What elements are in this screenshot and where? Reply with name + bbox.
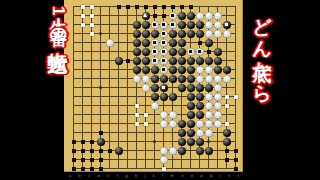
- board-cell[interactable]: [195, 119, 204, 128]
- board-cell[interactable]: [213, 74, 222, 83]
- board-cell[interactable]: [114, 101, 123, 110]
- board-cell[interactable]: [150, 47, 159, 56]
- board-cell[interactable]: [177, 119, 186, 128]
- board-cell[interactable]: [222, 119, 231, 128]
- board-cell[interactable]: [123, 65, 132, 74]
- board-cell[interactable]: [96, 56, 105, 65]
- board-cell[interactable]: [195, 47, 204, 56]
- board-cell[interactable]: [114, 38, 123, 47]
- board-cell[interactable]: [87, 137, 96, 146]
- board-cell[interactable]: [150, 101, 159, 110]
- board-cell[interactable]: [87, 38, 96, 47]
- board-cell[interactable]: [87, 119, 96, 128]
- board-cell[interactable]: [114, 11, 123, 20]
- board-cell[interactable]: [222, 155, 231, 164]
- board-cell[interactable]: [87, 92, 96, 101]
- board-cell[interactable]: [231, 20, 240, 29]
- board-cell[interactable]: [87, 128, 96, 137]
- board-cell[interactable]: [168, 83, 177, 92]
- board-cell[interactable]: [231, 56, 240, 65]
- board-cell[interactable]: [105, 11, 114, 20]
- board-cell[interactable]: [123, 128, 132, 137]
- board-cell[interactable]: [231, 74, 240, 83]
- board-cell[interactable]: [186, 56, 195, 65]
- board-cell[interactable]: [204, 92, 213, 101]
- board-cell[interactable]: [150, 29, 159, 38]
- board-cell[interactable]: [213, 110, 222, 119]
- board-cell[interactable]: [231, 146, 240, 155]
- board-cell[interactable]: [96, 74, 105, 83]
- board-cell[interactable]: [87, 101, 96, 110]
- board-cell[interactable]: [168, 47, 177, 56]
- board-cell[interactable]: [141, 74, 150, 83]
- board-cell[interactable]: [177, 101, 186, 110]
- board-cell[interactable]: [168, 38, 177, 47]
- board-cell[interactable]: [222, 146, 231, 155]
- board-cell[interactable]: [96, 110, 105, 119]
- board-cell[interactable]: [159, 74, 168, 83]
- board-cell[interactable]: [141, 119, 150, 128]
- board-cell[interactable]: [78, 56, 87, 65]
- board-cell[interactable]: [213, 29, 222, 38]
- board-cell[interactable]: [204, 137, 213, 146]
- board-cell[interactable]: [222, 47, 231, 56]
- board-cell[interactable]: [150, 146, 159, 155]
- board-cell[interactable]: [213, 128, 222, 137]
- board-cell[interactable]: [150, 20, 159, 29]
- board-cell[interactable]: [168, 128, 177, 137]
- board-cell[interactable]: [195, 65, 204, 74]
- board-cell[interactable]: [213, 155, 222, 164]
- board-cell[interactable]: [186, 119, 195, 128]
- board-cell[interactable]: [159, 47, 168, 56]
- board-cell[interactable]: [132, 2, 141, 11]
- board-cell[interactable]: [132, 74, 141, 83]
- board-cell[interactable]: [204, 47, 213, 56]
- board-cell[interactable]: [105, 92, 114, 101]
- board-cell[interactable]: [96, 65, 105, 74]
- board-cell[interactable]: [96, 137, 105, 146]
- board-cell[interactable]: [159, 56, 168, 65]
- board-cell[interactable]: [114, 83, 123, 92]
- board-cell[interactable]: [114, 29, 123, 38]
- board-cell[interactable]: [105, 110, 114, 119]
- board-cell[interactable]: [78, 155, 87, 164]
- board-cell[interactable]: [222, 20, 231, 29]
- board-cell[interactable]: [177, 65, 186, 74]
- board-cell[interactable]: [195, 155, 204, 164]
- board-cell[interactable]: [96, 47, 105, 56]
- board-cell[interactable]: [186, 146, 195, 155]
- board-cell[interactable]: [168, 11, 177, 20]
- board-cell[interactable]: [177, 74, 186, 83]
- board-cell[interactable]: [114, 47, 123, 56]
- board-cell[interactable]: [177, 38, 186, 47]
- board-cell[interactable]: [168, 101, 177, 110]
- board-cell[interactable]: [231, 155, 240, 164]
- board-cell[interactable]: [204, 110, 213, 119]
- board-cell[interactable]: [159, 137, 168, 146]
- board-cell[interactable]: [123, 29, 132, 38]
- board-cell[interactable]: [123, 2, 132, 11]
- board-cell[interactable]: [96, 38, 105, 47]
- board-cell[interactable]: [177, 29, 186, 38]
- board-cell[interactable]: [78, 110, 87, 119]
- board-cell[interactable]: [204, 74, 213, 83]
- board-cell[interactable]: [204, 65, 213, 74]
- board-cell[interactable]: [87, 83, 96, 92]
- board-cell[interactable]: [114, 146, 123, 155]
- board-cell[interactable]: [141, 101, 150, 110]
- board-cell[interactable]: [168, 146, 177, 155]
- board-cell[interactable]: [222, 137, 231, 146]
- board-cell[interactable]: [150, 128, 159, 137]
- board-cell[interactable]: [132, 83, 141, 92]
- board-cell[interactable]: [186, 155, 195, 164]
- board-cell[interactable]: [195, 38, 204, 47]
- board-cell[interactable]: [177, 20, 186, 29]
- board-cell[interactable]: [159, 2, 168, 11]
- board-cell[interactable]: [168, 119, 177, 128]
- board-cell[interactable]: [141, 2, 150, 11]
- board-cell[interactable]: [132, 155, 141, 164]
- board-cell[interactable]: [105, 137, 114, 146]
- board-cell[interactable]: [186, 38, 195, 47]
- board-cell[interactable]: [132, 137, 141, 146]
- board-cell[interactable]: [168, 92, 177, 101]
- board-cell[interactable]: [186, 92, 195, 101]
- board-cell[interactable]: [78, 20, 87, 29]
- board-cell[interactable]: [78, 38, 87, 47]
- board-cell[interactable]: [87, 155, 96, 164]
- board-cell[interactable]: [96, 128, 105, 137]
- board-cell[interactable]: [204, 146, 213, 155]
- board-cell[interactable]: [159, 20, 168, 29]
- board-cell[interactable]: [105, 155, 114, 164]
- board-cell[interactable]: [186, 11, 195, 20]
- board-cell[interactable]: [132, 47, 141, 56]
- board-cell[interactable]: [213, 20, 222, 29]
- board-cell[interactable]: [195, 146, 204, 155]
- board-cell[interactable]: [204, 20, 213, 29]
- board-cell[interactable]: [78, 47, 87, 56]
- board-cell[interactable]: [222, 128, 231, 137]
- board-cell[interactable]: [96, 146, 105, 155]
- board-cell[interactable]: [78, 119, 87, 128]
- board-cell[interactable]: [96, 92, 105, 101]
- board-cell[interactable]: [150, 137, 159, 146]
- board-cell[interactable]: [96, 155, 105, 164]
- board-cell[interactable]: [123, 155, 132, 164]
- board-cell[interactable]: [177, 83, 186, 92]
- board-cell[interactable]: [222, 29, 231, 38]
- board-cell[interactable]: [141, 137, 150, 146]
- board-cell[interactable]: [114, 2, 123, 11]
- board-cell[interactable]: [195, 20, 204, 29]
- board-cell[interactable]: [159, 119, 168, 128]
- board-cell[interactable]: [78, 2, 87, 11]
- board-cell[interactable]: [195, 110, 204, 119]
- board-cell[interactable]: [141, 83, 150, 92]
- board-cell[interactable]: [105, 29, 114, 38]
- board-cell[interactable]: [132, 146, 141, 155]
- board-cell[interactable]: [114, 92, 123, 101]
- board-cell[interactable]: [177, 155, 186, 164]
- board-cell[interactable]: [150, 2, 159, 11]
- board-cell[interactable]: [195, 101, 204, 110]
- board-cell[interactable]: [150, 65, 159, 74]
- board-cell[interactable]: [150, 83, 159, 92]
- board-cell[interactable]: [204, 83, 213, 92]
- board-cell[interactable]: [204, 128, 213, 137]
- board-cell[interactable]: [87, 20, 96, 29]
- board-cell[interactable]: [141, 29, 150, 38]
- board-cell[interactable]: [213, 38, 222, 47]
- board-cell[interactable]: [78, 74, 87, 83]
- board-cell[interactable]: [204, 119, 213, 128]
- board-cell[interactable]: [141, 38, 150, 47]
- board-cell[interactable]: [150, 92, 159, 101]
- board-cell[interactable]: [87, 29, 96, 38]
- board-cell[interactable]: [159, 128, 168, 137]
- board-cell[interactable]: [195, 92, 204, 101]
- board-cell[interactable]: [231, 128, 240, 137]
- board-cell[interactable]: [204, 2, 213, 11]
- board-cell[interactable]: [114, 119, 123, 128]
- board-cell[interactable]: [87, 110, 96, 119]
- board-cell[interactable]: [213, 146, 222, 155]
- board-cell[interactable]: [132, 65, 141, 74]
- board-cell[interactable]: [105, 83, 114, 92]
- board-cell[interactable]: [105, 2, 114, 11]
- board-cell[interactable]: [114, 137, 123, 146]
- board-cell[interactable]: [96, 119, 105, 128]
- board-cell[interactable]: [96, 2, 105, 11]
- board-cell[interactable]: [231, 38, 240, 47]
- board-cell[interactable]: [159, 11, 168, 20]
- board-cell[interactable]: [105, 146, 114, 155]
- board-cell[interactable]: [213, 101, 222, 110]
- board-cell[interactable]: [150, 119, 159, 128]
- board-cell[interactable]: [159, 101, 168, 110]
- board-cell[interactable]: [141, 56, 150, 65]
- board-cell[interactable]: [195, 128, 204, 137]
- board-cell[interactable]: [195, 11, 204, 20]
- board-cell[interactable]: [150, 11, 159, 20]
- board-cell[interactable]: [123, 137, 132, 146]
- board-cell[interactable]: [186, 29, 195, 38]
- board-cell[interactable]: [177, 128, 186, 137]
- board-cell[interactable]: [186, 128, 195, 137]
- board-cell[interactable]: [87, 47, 96, 56]
- board-cell[interactable]: [231, 119, 240, 128]
- board-cell[interactable]: [168, 65, 177, 74]
- board-cell[interactable]: [141, 110, 150, 119]
- board-cell[interactable]: [78, 83, 87, 92]
- board-cell[interactable]: [213, 92, 222, 101]
- board-cell[interactable]: [231, 11, 240, 20]
- board-cell[interactable]: [168, 20, 177, 29]
- board-cell[interactable]: [213, 119, 222, 128]
- board-cell[interactable]: [96, 20, 105, 29]
- board-cell[interactable]: [177, 92, 186, 101]
- board-cell[interactable]: [195, 74, 204, 83]
- board-cell[interactable]: [168, 29, 177, 38]
- board-cell[interactable]: [96, 29, 105, 38]
- board-cell[interactable]: [123, 83, 132, 92]
- board-cell[interactable]: [78, 11, 87, 20]
- board-cell[interactable]: [222, 65, 231, 74]
- board-cell[interactable]: [132, 29, 141, 38]
- board-cell[interactable]: [123, 47, 132, 56]
- board-cell[interactable]: [222, 110, 231, 119]
- board-cell[interactable]: [177, 110, 186, 119]
- board-cell[interactable]: [168, 2, 177, 11]
- board-cell[interactable]: [123, 92, 132, 101]
- board-cell[interactable]: [114, 128, 123, 137]
- board-cell[interactable]: [105, 47, 114, 56]
- board-cell[interactable]: [231, 137, 240, 146]
- board-cell[interactable]: [231, 83, 240, 92]
- board-cell[interactable]: [213, 83, 222, 92]
- board-cell[interactable]: [78, 92, 87, 101]
- board-cell[interactable]: [141, 11, 150, 20]
- board-cell[interactable]: [177, 2, 186, 11]
- board-cell[interactable]: [150, 155, 159, 164]
- board-cell[interactable]: [168, 56, 177, 65]
- board-cell[interactable]: [114, 110, 123, 119]
- board-cell[interactable]: [222, 83, 231, 92]
- board-cell[interactable]: [159, 155, 168, 164]
- board-cell[interactable]: [159, 38, 168, 47]
- board-cell[interactable]: [213, 2, 222, 11]
- board-cell[interactable]: [204, 29, 213, 38]
- board-cell[interactable]: [87, 2, 96, 11]
- board-cell[interactable]: [150, 56, 159, 65]
- board-cell[interactable]: [78, 65, 87, 74]
- board-cell[interactable]: [168, 74, 177, 83]
- board-cell[interactable]: [114, 20, 123, 29]
- board-cell[interactable]: [195, 137, 204, 146]
- board-cell[interactable]: [105, 56, 114, 65]
- board-cell[interactable]: [123, 110, 132, 119]
- board-cell[interactable]: [213, 56, 222, 65]
- board-cell[interactable]: [186, 20, 195, 29]
- board-cell[interactable]: [78, 29, 87, 38]
- board-cell[interactable]: [141, 155, 150, 164]
- board-cell[interactable]: [78, 146, 87, 155]
- board-cell[interactable]: [177, 137, 186, 146]
- board-cell[interactable]: [222, 11, 231, 20]
- board-cell[interactable]: [222, 92, 231, 101]
- board-cell[interactable]: [150, 38, 159, 47]
- board-cell[interactable]: [141, 146, 150, 155]
- board-cell[interactable]: [132, 101, 141, 110]
- board-cell[interactable]: [132, 20, 141, 29]
- board-cell[interactable]: [168, 110, 177, 119]
- board-cell[interactable]: [231, 65, 240, 74]
- board-cell[interactable]: [123, 119, 132, 128]
- board-cell[interactable]: [186, 101, 195, 110]
- board-cell[interactable]: [96, 11, 105, 20]
- board-cell[interactable]: [213, 47, 222, 56]
- board-cell[interactable]: [177, 146, 186, 155]
- board-cell[interactable]: [222, 2, 231, 11]
- board-cell[interactable]: [186, 2, 195, 11]
- board-cell[interactable]: [132, 92, 141, 101]
- board-cell[interactable]: [78, 128, 87, 137]
- board-cell[interactable]: [123, 56, 132, 65]
- board-cell[interactable]: [114, 56, 123, 65]
- board-cell[interactable]: [159, 83, 168, 92]
- board-cell[interactable]: [204, 56, 213, 65]
- board-cell[interactable]: [105, 74, 114, 83]
- board-cell[interactable]: [114, 155, 123, 164]
- board-cell[interactable]: [96, 101, 105, 110]
- board-cell[interactable]: [150, 74, 159, 83]
- board-cell[interactable]: [231, 110, 240, 119]
- board-cell[interactable]: [123, 146, 132, 155]
- board-cell[interactable]: [195, 83, 204, 92]
- board-cell[interactable]: [78, 101, 87, 110]
- board-cell[interactable]: [105, 38, 114, 47]
- board-cell[interactable]: [159, 110, 168, 119]
- board-cell[interactable]: [159, 92, 168, 101]
- board-cell[interactable]: [141, 92, 150, 101]
- board-cell[interactable]: [213, 11, 222, 20]
- board-cell[interactable]: [87, 65, 96, 74]
- board-cell[interactable]: [87, 11, 96, 20]
- board-cell[interactable]: [231, 29, 240, 38]
- board-cell[interactable]: [123, 20, 132, 29]
- board-cell[interactable]: [114, 65, 123, 74]
- board-cell[interactable]: [186, 137, 195, 146]
- board-cell[interactable]: [186, 47, 195, 56]
- board-cell[interactable]: [186, 83, 195, 92]
- board-cell[interactable]: [186, 65, 195, 74]
- board-cell[interactable]: [87, 56, 96, 65]
- board-cell[interactable]: [204, 101, 213, 110]
- board-cell[interactable]: [105, 119, 114, 128]
- board-cell[interactable]: [222, 101, 231, 110]
- board-cell[interactable]: [222, 74, 231, 83]
- board-cell[interactable]: [231, 2, 240, 11]
- board-cell[interactable]: [213, 65, 222, 74]
- board-cell[interactable]: [87, 74, 96, 83]
- board-cell[interactable]: [132, 56, 141, 65]
- board-cell[interactable]: [132, 11, 141, 20]
- board-cell[interactable]: [141, 65, 150, 74]
- board-cell[interactable]: [195, 2, 204, 11]
- board-cell[interactable]: [195, 56, 204, 65]
- board-cell[interactable]: [132, 38, 141, 47]
- board-cell[interactable]: [168, 155, 177, 164]
- board-cell[interactable]: [105, 20, 114, 29]
- board-cell[interactable]: [168, 137, 177, 146]
- board-cell[interactable]: [96, 83, 105, 92]
- board-cell[interactable]: [132, 119, 141, 128]
- board-cell[interactable]: [231, 92, 240, 101]
- board-cell[interactable]: [105, 65, 114, 74]
- board-cell[interactable]: [141, 20, 150, 29]
- board-cell[interactable]: [186, 110, 195, 119]
- board-cell[interactable]: [114, 74, 123, 83]
- board-cell[interactable]: [177, 47, 186, 56]
- board-cell[interactable]: [132, 110, 141, 119]
- board-cell[interactable]: [159, 65, 168, 74]
- board-cell[interactable]: [159, 146, 168, 155]
- board-cell[interactable]: [141, 47, 150, 56]
